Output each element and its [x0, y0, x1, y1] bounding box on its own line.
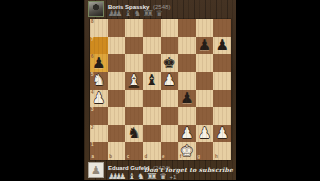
- square-g3[interactable]: [196, 107, 214, 125]
- square-g8[interactable]: [196, 19, 214, 37]
- piece-black-knight-c2[interactable]: ♞: [127, 126, 140, 141]
- square-f2[interactable]: ♟: [178, 125, 196, 143]
- captured-bishop-icon: ♝: [125, 10, 132, 18]
- rank-label-7: 7: [91, 38, 94, 43]
- top-player-avatar[interactable]: [88, 1, 104, 17]
- square-h4[interactable]: [213, 90, 231, 108]
- square-c8[interactable]: [125, 19, 143, 37]
- piece-white-pawn-g2[interactable]: ♟: [198, 126, 211, 141]
- rank-label-6: 6: [91, 55, 94, 60]
- square-e8[interactable]: [161, 19, 179, 37]
- square-f8[interactable]: [178, 19, 196, 37]
- square-f5[interactable]: [178, 72, 196, 90]
- captured-pawn-icon: ♟: [115, 10, 122, 18]
- file-label-a: a: [92, 155, 95, 160]
- square-e1[interactable]: e: [161, 142, 179, 160]
- square-f4[interactable]: ♟: [178, 90, 196, 108]
- file-label-b: b: [109, 155, 112, 160]
- square-b3[interactable]: [108, 107, 126, 125]
- vertical-video-area: Boris Spassky (2548) ♟♟♟♝♞♜♜♛ 87♟♟6♟♚5♞♝…: [84, 0, 236, 180]
- square-d4[interactable]: [143, 90, 161, 108]
- captured-rook-icon: ♜: [147, 10, 154, 18]
- square-d2[interactable]: [143, 125, 161, 143]
- piece-white-pawn-f2[interactable]: ♟: [180, 126, 193, 141]
- square-h8[interactable]: [213, 19, 231, 37]
- file-label-d: d: [144, 155, 147, 160]
- square-h3[interactable]: [213, 107, 231, 125]
- piece-black-pawn-f4[interactable]: ♟: [180, 91, 193, 106]
- square-c3[interactable]: [125, 107, 143, 125]
- square-h5[interactable]: [213, 72, 231, 90]
- square-b8[interactable]: [108, 19, 126, 37]
- square-h7[interactable]: ♟: [213, 37, 231, 55]
- square-b5[interactable]: [108, 72, 126, 90]
- captured-queen-icon: ♛: [159, 173, 166, 181]
- white-pawn-avatar-icon: ♟: [91, 165, 101, 176]
- captured-knight-icon: ♞: [134, 10, 141, 18]
- chess-board[interactable]: 87♟♟6♟♚5♞♝♝♟4♟♟32♞♟♟♟1abcdef♚gh: [90, 19, 231, 160]
- square-f1[interactable]: f♚: [178, 142, 196, 160]
- square-d3[interactable]: [143, 107, 161, 125]
- square-a1[interactable]: 1a: [90, 142, 108, 160]
- square-h6[interactable]: [213, 54, 231, 72]
- piece-white-pawn-e5[interactable]: ♟: [163, 73, 176, 88]
- square-c2[interactable]: ♞: [125, 125, 143, 143]
- captured-pawn-icon: ♟: [119, 173, 126, 181]
- square-h1[interactable]: h: [213, 142, 231, 160]
- bottom-captured-pieces: ♟♟♟♟♝♞♜♜♛ +1: [108, 173, 176, 181]
- piece-white-pawn-h2[interactable]: ♟: [215, 126, 228, 141]
- square-b6[interactable]: [108, 54, 126, 72]
- square-c1[interactable]: c: [125, 142, 143, 160]
- square-f7[interactable]: [178, 37, 196, 55]
- bottom-captured-row: ♟♟♟♟♝♞♜♜♛: [108, 173, 167, 181]
- rank-label-2: 2: [91, 126, 94, 131]
- square-b4[interactable]: [108, 90, 126, 108]
- subscribe-caption: Don't forget to subscribe: [144, 166, 233, 173]
- square-e5[interactable]: ♟: [161, 72, 179, 90]
- square-a5[interactable]: 5♞: [90, 72, 108, 90]
- bottom-player-avatar[interactable]: ♟: [88, 162, 104, 178]
- video-frame: Boris Spassky (2548) ♟♟♟♝♞♜♜♛ 87♟♟6♟♚5♞♝…: [0, 0, 320, 180]
- file-label-h: h: [215, 155, 218, 160]
- piece-white-pawn-a4[interactable]: ♟: [92, 91, 105, 106]
- tiny-watermark: [129, 86, 140, 88]
- square-c4[interactable]: [125, 90, 143, 108]
- square-d6[interactable]: [143, 54, 161, 72]
- piece-black-pawn-h7[interactable]: ♟: [215, 38, 228, 53]
- square-e3[interactable]: [161, 107, 179, 125]
- square-g6[interactable]: [196, 54, 214, 72]
- file-label-g: g: [197, 155, 200, 160]
- piece-white-knight-a5[interactable]: ♞: [92, 73, 105, 88]
- square-f3[interactable]: [178, 107, 196, 125]
- square-c5[interactable]: ♝: [125, 72, 143, 90]
- material-advantage: +1: [170, 174, 177, 180]
- square-a8[interactable]: 8: [90, 19, 108, 37]
- captured-rook-icon: ♜: [150, 173, 157, 181]
- square-c6[interactable]: [125, 54, 143, 72]
- piece-black-bishop-d5[interactable]: ♝: [145, 73, 158, 88]
- square-d7[interactable]: [143, 37, 161, 55]
- square-b7[interactable]: [108, 37, 126, 55]
- captured-knight-icon: ♞: [137, 173, 144, 181]
- square-c7[interactable]: [125, 37, 143, 55]
- file-label-e: e: [162, 155, 165, 160]
- square-g2[interactable]: ♟: [196, 125, 214, 143]
- square-h2[interactable]: ♟: [213, 125, 231, 143]
- captured-bishop-icon: ♝: [128, 173, 135, 181]
- square-e7[interactable]: [161, 37, 179, 55]
- rank-label-3: 3: [91, 108, 94, 113]
- square-d5[interactable]: ♝: [143, 72, 161, 90]
- square-e2[interactable]: [161, 125, 179, 143]
- rank-label-1: 1: [91, 143, 94, 148]
- rank-label-5: 5: [91, 73, 94, 78]
- square-a4[interactable]: 4♟: [90, 90, 108, 108]
- square-d1[interactable]: d: [143, 142, 161, 160]
- piece-white-king-f1[interactable]: ♚: [180, 144, 193, 159]
- square-g1[interactable]: g: [196, 142, 214, 160]
- rank-label-4: 4: [91, 91, 94, 96]
- square-g7[interactable]: ♟: [196, 37, 214, 55]
- captured-queen-icon: ♛: [156, 10, 163, 18]
- square-e6[interactable]: ♚: [161, 54, 179, 72]
- square-a3[interactable]: 3: [90, 107, 108, 125]
- file-label-f: f: [180, 155, 182, 160]
- square-b2[interactable]: [108, 125, 126, 143]
- square-d8[interactable]: [143, 19, 161, 37]
- rank-label-8: 8: [91, 20, 94, 25]
- file-label-c: c: [127, 155, 130, 160]
- square-f6[interactable]: [178, 54, 196, 72]
- square-a6[interactable]: 6♟: [90, 54, 108, 72]
- piece-black-pawn-a6[interactable]: ♟: [92, 56, 105, 71]
- square-e4[interactable]: [161, 90, 179, 108]
- top-captured-row: ♟♟♟♝♞♜♜♛: [108, 10, 163, 18]
- square-a7[interactable]: 7: [90, 37, 108, 55]
- piece-black-king-e6[interactable]: ♚: [163, 56, 176, 71]
- square-b1[interactable]: b: [108, 142, 126, 160]
- square-a2[interactable]: 2: [90, 125, 108, 143]
- square-g4[interactable]: [196, 90, 214, 108]
- piece-black-pawn-g7[interactable]: ♟: [198, 38, 211, 53]
- square-g5[interactable]: [196, 72, 214, 90]
- top-captured-pieces: ♟♟♟♝♞♜♜♛: [108, 10, 163, 18]
